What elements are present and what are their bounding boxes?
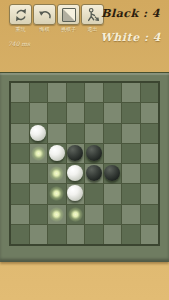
cell-b2[interactable]	[30, 103, 48, 122]
legal-move-hint[interactable]	[49, 166, 64, 181]
restart-label: 重玩	[9, 26, 32, 32]
cell-f3[interactable]	[104, 124, 122, 143]
cell-e2[interactable]	[85, 103, 103, 122]
board-icon	[62, 8, 76, 22]
cell-e3[interactable]	[85, 124, 103, 143]
cell-b3[interactable]	[30, 124, 48, 143]
cell-h1[interactable]	[141, 83, 159, 102]
move-timer: 740 ms	[8, 40, 30, 47]
cell-e1[interactable]	[85, 83, 103, 102]
cell-d8[interactable]	[67, 225, 85, 244]
cell-f6[interactable]	[104, 184, 122, 203]
cell-a5[interactable]	[11, 164, 29, 183]
cell-f5[interactable]	[104, 164, 122, 183]
cell-a1[interactable]	[11, 83, 29, 102]
cell-b7[interactable]	[30, 205, 48, 224]
cell-e7[interactable]	[85, 205, 103, 224]
board-border	[9, 81, 160, 246]
undo-icon	[37, 7, 53, 23]
cell-d4[interactable]	[67, 144, 85, 163]
cell-h6[interactable]	[141, 184, 159, 203]
cell-c7[interactable]	[48, 205, 66, 224]
cell-e4[interactable]	[85, 144, 103, 163]
cell-f2[interactable]	[104, 103, 122, 122]
cell-c4[interactable]	[48, 144, 66, 163]
legal-move-hint[interactable]	[49, 207, 64, 222]
cell-d6[interactable]	[67, 184, 85, 203]
cell-g7[interactable]	[122, 205, 140, 224]
cell-e5[interactable]	[85, 164, 103, 183]
cell-d3[interactable]	[67, 124, 85, 143]
cell-g6[interactable]	[122, 184, 140, 203]
cell-f4[interactable]	[104, 144, 122, 163]
cell-c3[interactable]	[48, 124, 66, 143]
restart-button[interactable]	[9, 4, 32, 25]
change-pieces-button[interactable]	[57, 4, 80, 25]
white-disc	[30, 125, 46, 141]
cell-f1[interactable]	[104, 83, 122, 102]
restart-icon	[13, 7, 29, 23]
toolbar-labels: 重玩 悔棋 换棋子 退出	[9, 26, 104, 32]
cell-b8[interactable]	[30, 225, 48, 244]
cell-f8[interactable]	[104, 225, 122, 244]
board-grid	[11, 83, 158, 244]
legal-move-hint[interactable]	[68, 207, 83, 222]
cell-e6[interactable]	[85, 184, 103, 203]
cell-h5[interactable]	[141, 164, 159, 183]
white-disc	[67, 165, 83, 181]
cell-h3[interactable]	[141, 124, 159, 143]
cell-a3[interactable]	[11, 124, 29, 143]
cell-c6[interactable]	[48, 184, 66, 203]
black-disc	[86, 145, 102, 161]
toolbar	[9, 4, 104, 25]
cell-d7[interactable]	[67, 205, 85, 224]
cell-a7[interactable]	[11, 205, 29, 224]
board-frame	[0, 72, 169, 262]
cell-e8[interactable]	[85, 225, 103, 244]
othello-app: 重玩 悔棋 换棋子 退出 Black : 4 White : 4 740 ms	[0, 0, 169, 300]
cell-d5[interactable]	[67, 164, 85, 183]
undo-label: 悔棋	[33, 26, 56, 32]
cell-c1[interactable]	[48, 83, 66, 102]
white-disc	[49, 145, 65, 161]
cell-b1[interactable]	[30, 83, 48, 102]
cell-a2[interactable]	[11, 103, 29, 122]
cell-h4[interactable]	[141, 144, 159, 163]
cell-g8[interactable]	[122, 225, 140, 244]
cell-g5[interactable]	[122, 164, 140, 183]
cell-c5[interactable]	[48, 164, 66, 183]
cell-h2[interactable]	[141, 103, 159, 122]
cell-d2[interactable]	[67, 103, 85, 122]
black-disc	[86, 165, 102, 181]
legal-move-hint[interactable]	[31, 146, 46, 161]
change-pieces-label: 换棋子	[57, 26, 80, 32]
cell-f7[interactable]	[104, 205, 122, 224]
black-disc	[104, 165, 120, 181]
cell-d1[interactable]	[67, 83, 85, 102]
cell-g2[interactable]	[122, 103, 140, 122]
white-disc	[67, 185, 83, 201]
white-score: White : 4	[101, 31, 161, 44]
cell-h7[interactable]	[141, 205, 159, 224]
black-score: Black : 4	[101, 7, 160, 20]
cell-g1[interactable]	[122, 83, 140, 102]
exit-icon	[85, 7, 101, 23]
undo-button[interactable]	[33, 4, 56, 25]
cell-a8[interactable]	[11, 225, 29, 244]
cell-b6[interactable]	[30, 184, 48, 203]
cell-c2[interactable]	[48, 103, 66, 122]
cell-g4[interactable]	[122, 144, 140, 163]
cell-h8[interactable]	[141, 225, 159, 244]
cell-a4[interactable]	[11, 144, 29, 163]
cell-b5[interactable]	[30, 164, 48, 183]
black-disc	[67, 145, 83, 161]
cell-a6[interactable]	[11, 184, 29, 203]
legal-move-hint[interactable]	[49, 186, 64, 201]
cell-g3[interactable]	[122, 124, 140, 143]
cell-b4[interactable]	[30, 144, 48, 163]
cell-c8[interactable]	[48, 225, 66, 244]
